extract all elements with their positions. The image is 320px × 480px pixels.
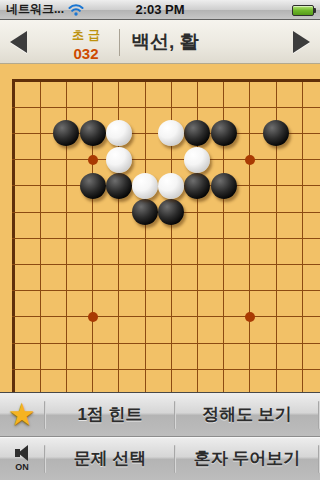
- board-grid-line: [12, 343, 320, 344]
- board-grid-line: [12, 79, 15, 392]
- arrow-left-icon[interactable]: [10, 31, 27, 53]
- board-grid-line: [12, 369, 320, 370]
- board-grid-line: [12, 79, 320, 82]
- black-stone[interactable]: [80, 120, 106, 146]
- board-grid-line: [40, 79, 41, 392]
- favorite-button[interactable]: ★: [0, 393, 44, 436]
- hoshi-point: [245, 155, 255, 165]
- board-grid-line: [12, 238, 320, 239]
- level-badge: 초급 032: [60, 24, 112, 64]
- page-title: 백선, 활: [131, 29, 199, 55]
- solution-button[interactable]: 정해도 보기: [176, 393, 318, 436]
- header-divider: [119, 29, 120, 56]
- hoshi-point: [88, 312, 98, 322]
- white-stone[interactable]: [132, 173, 158, 199]
- go-board[interactable]: [0, 64, 320, 392]
- sound-state-label: ON: [15, 462, 29, 472]
- black-stone[interactable]: [211, 173, 237, 199]
- problem-number: 032: [73, 45, 98, 62]
- board-grid-line: [12, 107, 320, 108]
- white-stone[interactable]: [158, 173, 184, 199]
- board-grid-line: [302, 79, 303, 392]
- hint-button[interactable]: 1점 힌트: [46, 393, 174, 436]
- board-grid-line: [12, 264, 320, 265]
- board-grid-line: [12, 290, 320, 291]
- problem-header: 초급 032 백선, 활: [0, 20, 320, 64]
- speaker-icon: [15, 445, 29, 461]
- toolbar-row-2: ON 문제 선택 혼자 두어보기: [0, 436, 320, 480]
- problem-select-button[interactable]: 문제 선택: [46, 437, 174, 480]
- board-grid-line: [145, 79, 146, 392]
- arrow-right-icon[interactable]: [293, 31, 310, 53]
- hoshi-point: [245, 312, 255, 322]
- white-stone[interactable]: [106, 120, 132, 146]
- black-stone[interactable]: [53, 120, 79, 146]
- black-stone[interactable]: [211, 120, 237, 146]
- board-grid-line: [249, 79, 250, 392]
- black-stone[interactable]: [80, 173, 106, 199]
- black-stone[interactable]: [106, 173, 132, 199]
- level-label: 초급: [68, 28, 104, 42]
- hoshi-point: [88, 155, 98, 165]
- white-stone[interactable]: [184, 147, 210, 173]
- black-stone[interactable]: [132, 199, 158, 225]
- white-stone[interactable]: [158, 120, 184, 146]
- board-grid-line: [12, 159, 320, 160]
- black-stone[interactable]: [158, 199, 184, 225]
- clock: 2:03 PM: [0, 2, 320, 17]
- battery-icon: [292, 5, 314, 16]
- black-stone[interactable]: [263, 120, 289, 146]
- status-bar: 네트워크... 2:03 PM: [0, 0, 320, 20]
- toolbar-row-1: ★ 1점 힌트 정해도 보기: [0, 392, 320, 436]
- sound-toggle-button[interactable]: ON: [0, 437, 44, 480]
- star-icon: ★: [8, 399, 36, 430]
- app-screen: 네트워크... 2:03 PM 초급 032 백선, 활 ★ 1점 힌트 정해도…: [0, 0, 320, 480]
- self-play-button[interactable]: 혼자 두어보기: [176, 437, 318, 480]
- white-stone[interactable]: [106, 147, 132, 173]
- board-grid-line: [12, 316, 320, 317]
- black-stone[interactable]: [184, 173, 210, 199]
- black-stone[interactable]: [184, 120, 210, 146]
